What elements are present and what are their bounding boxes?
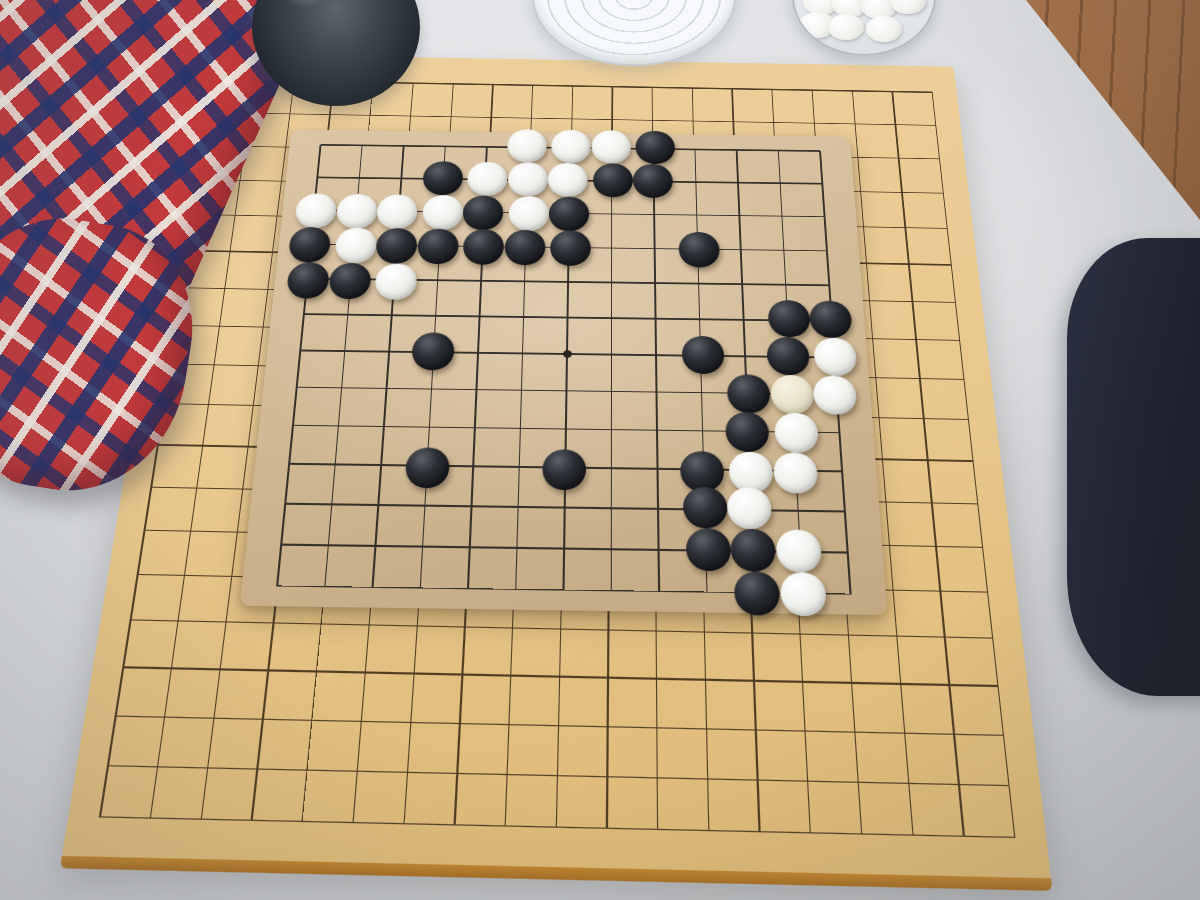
go-stone-black[interactable]	[410, 332, 454, 370]
go-stone-black[interactable]	[682, 487, 727, 529]
go-stone-white[interactable]	[376, 194, 419, 229]
go-stone-white[interactable]	[335, 193, 378, 228]
go-stone-white[interactable]	[334, 228, 377, 264]
go-stone-white[interactable]	[775, 529, 822, 572]
go-stone-black[interactable]	[725, 412, 770, 452]
small-go-board[interactable]	[240, 130, 888, 615]
go-stone-white[interactable]	[779, 572, 827, 616]
white-stone-in-bowl	[890, 0, 926, 14]
large-grid-hline	[116, 715, 1004, 736]
go-stone-white[interactable]	[421, 195, 463, 230]
go-stone-white[interactable]	[773, 413, 818, 453]
go-stone-black[interactable]	[767, 300, 811, 338]
white-stone-in-bowl	[828, 14, 864, 40]
go-stone-black[interactable]	[416, 229, 459, 265]
go-stone-black[interactable]	[422, 161, 464, 195]
go-stone-black[interactable]	[286, 262, 331, 299]
go-stone-white[interactable]	[294, 193, 337, 228]
go-stone-white[interactable]	[591, 130, 630, 164]
go-stone-black[interactable]	[462, 195, 504, 230]
go-stone-black[interactable]	[404, 447, 450, 488]
go-stone-white[interactable]	[507, 162, 548, 196]
go-stone-white[interactable]	[467, 161, 508, 195]
go-stone-black[interactable]	[734, 571, 781, 615]
go-stone-white[interactable]	[772, 452, 818, 493]
hoshi-point	[562, 350, 571, 358]
go-stone-black[interactable]	[549, 196, 590, 231]
go-stone-black[interactable]	[635, 131, 675, 165]
white-stones-bowl	[792, 0, 936, 56]
go-stone-black[interactable]	[288, 227, 332, 263]
dark-clothing-person	[1067, 238, 1200, 696]
go-stone-black[interactable]	[542, 449, 586, 490]
go-stone-white[interactable]	[506, 129, 546, 163]
photo-scene	[0, 0, 1200, 900]
go-stone-black[interactable]	[504, 230, 546, 266]
go-stone-black[interactable]	[593, 163, 633, 197]
go-stone-white[interactable]	[547, 162, 587, 196]
go-stone-black[interactable]	[633, 164, 673, 198]
small-grid-vline	[610, 148, 612, 590]
go-stone-black[interactable]	[462, 229, 504, 265]
go-stone-white[interactable]	[508, 196, 549, 231]
go-stone-black[interactable]	[375, 228, 418, 264]
large-grid-vline	[932, 92, 1016, 837]
go-stone-black[interactable]	[766, 337, 810, 375]
go-stone-black[interactable]	[809, 300, 853, 338]
large-grid-hline	[209, 112, 936, 126]
go-stone-white[interactable]	[770, 374, 815, 413]
go-stone-black[interactable]	[730, 528, 776, 571]
large-grid-hline	[100, 816, 1015, 838]
go-stone-black[interactable]	[685, 528, 731, 571]
go-stone-white[interactable]	[374, 263, 418, 300]
go-stone-black[interactable]	[727, 374, 771, 413]
large-grid-hline	[123, 667, 998, 687]
go-stone-white[interactable]	[551, 130, 591, 164]
go-stone-white[interactable]	[727, 487, 773, 529]
white-stone-in-bowl	[866, 16, 902, 42]
large-grid-hline	[130, 619, 992, 639]
go-stone-white[interactable]	[812, 375, 857, 414]
go-stone-black[interactable]	[550, 231, 591, 267]
go-stone-black[interactable]	[678, 232, 720, 268]
go-stone-black[interactable]	[681, 336, 724, 374]
large-grid-hline	[108, 765, 1009, 787]
large-board-edge	[60, 856, 1053, 891]
plastic-lid	[532, 0, 736, 66]
go-stone-black[interactable]	[328, 263, 372, 300]
go-stone-white[interactable]	[813, 337, 858, 375]
